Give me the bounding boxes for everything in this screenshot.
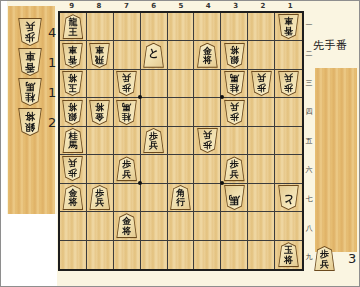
- rank-label-五: 五: [304, 127, 314, 156]
- file-label-2: 2: [249, 1, 276, 11]
- square-9-7[interactable]: 金将: [60, 184, 87, 212]
- star-point: [220, 95, 224, 99]
- square-1-9[interactable]: 玉将: [275, 241, 302, 269]
- square-4-4[interactable]: [194, 98, 221, 126]
- gote-captured-stand: 歩兵 4 香車 1 桂馬 1 銀将 2: [8, 6, 55, 215]
- square-6-2[interactable]: と: [141, 41, 168, 69]
- square-1-4[interactable]: [275, 98, 302, 126]
- square-3-6[interactable]: 歩兵: [221, 155, 248, 183]
- bottom-left-margin: [1, 214, 57, 286]
- square-3-8[interactable]: [221, 212, 248, 240]
- file-coordinate-labels: 987654321: [58, 1, 304, 11]
- square-4-3[interactable]: [194, 70, 221, 98]
- square-6-4[interactable]: [141, 98, 168, 126]
- gote-knight-count: 1: [48, 85, 56, 100]
- piece-gote-歩兵[interactable]: 歩兵: [197, 128, 218, 153]
- square-8-9[interactable]: [87, 241, 114, 269]
- square-7-5[interactable]: [114, 127, 141, 155]
- piece-gote-香車[interactable]: 香車: [62, 43, 83, 68]
- piece-gote-香車[interactable]: 香車: [278, 14, 299, 39]
- piece-sente-金将[interactable]: 金将: [62, 185, 83, 210]
- piece-gote-馬[interactable]: 馬: [224, 185, 245, 210]
- square-4-2[interactable]: 金将: [194, 41, 221, 69]
- square-8-1[interactable]: [87, 13, 114, 41]
- file-label-3: 3: [222, 1, 249, 11]
- square-2-6[interactable]: [248, 155, 275, 183]
- piece-gote-歩兵[interactable]: 歩兵: [62, 156, 83, 181]
- square-5-1[interactable]: [168, 13, 195, 41]
- square-9-2[interactable]: 香車: [60, 41, 87, 69]
- piece-sente-歩兵[interactable]: 歩兵: [89, 185, 110, 210]
- square-2-2[interactable]: [248, 41, 275, 69]
- rank-label-九: 九: [304, 242, 314, 271]
- square-2-5[interactable]: [248, 127, 275, 155]
- square-5-8[interactable]: [168, 212, 195, 240]
- file-label-8: 8: [85, 1, 112, 11]
- square-8-6[interactable]: [87, 155, 114, 183]
- square-3-3[interactable]: 桂馬: [221, 70, 248, 98]
- square-3-2[interactable]: 銀将: [221, 41, 248, 69]
- square-3-4[interactable]: 歩兵: [221, 98, 248, 126]
- square-8-4[interactable]: 金将: [87, 98, 114, 126]
- square-8-2[interactable]: 飛車: [87, 41, 114, 69]
- star-point: [220, 181, 224, 185]
- rank-label-六: 六: [304, 155, 314, 184]
- square-5-4[interactable]: [168, 98, 195, 126]
- captured-silver-piece[interactable]: 銀将: [18, 108, 42, 136]
- square-1-2[interactable]: [275, 41, 302, 69]
- piece-gote-飛車[interactable]: 飛車: [89, 43, 110, 68]
- shogi-board: 龍王香車香車飛車と金将銀将玉将歩兵桂馬歩兵歩兵銀将金将桂馬歩兵桂馬歩兵歩兵歩兵歩…: [58, 11, 304, 271]
- piece-gote-と[interactable]: と: [278, 185, 299, 210]
- piece-sente-桂馬[interactable]: 桂馬: [62, 128, 83, 153]
- square-7-2[interactable]: [114, 41, 141, 69]
- square-1-7[interactable]: と: [275, 184, 302, 212]
- file-label-9: 9: [58, 1, 85, 11]
- piece-sente-玉将[interactable]: 玉将: [278, 242, 299, 267]
- square-4-8[interactable]: [194, 212, 221, 240]
- square-2-1[interactable]: [248, 13, 275, 41]
- square-5-7[interactable]: 角行: [168, 184, 195, 212]
- square-3-9[interactable]: [221, 241, 248, 269]
- square-6-9[interactable]: [141, 241, 168, 269]
- square-3-1[interactable]: [221, 13, 248, 41]
- square-4-9[interactable]: [194, 241, 221, 269]
- piece-gote-歩兵[interactable]: 歩兵: [278, 71, 299, 96]
- file-label-1: 1: [277, 1, 304, 11]
- square-3-7[interactable]: 馬: [221, 184, 248, 212]
- piece-gote-金将[interactable]: 金将: [89, 100, 110, 125]
- square-8-8[interactable]: [87, 212, 114, 240]
- square-1-8[interactable]: [275, 212, 302, 240]
- square-4-6[interactable]: [194, 155, 221, 183]
- square-9-6[interactable]: 歩兵: [60, 155, 87, 183]
- piece-gote-歩兵[interactable]: 歩兵: [116, 71, 137, 96]
- piece-sente-金将[interactable]: 金将: [197, 43, 218, 68]
- piece-sente-歩兵[interactable]: 歩兵: [116, 156, 137, 181]
- file-label-5: 5: [167, 1, 194, 11]
- square-6-1[interactable]: [141, 13, 168, 41]
- star-point: [138, 181, 142, 185]
- piece-gote-歩兵[interactable]: 歩兵: [251, 71, 272, 96]
- square-7-9[interactable]: [114, 241, 141, 269]
- gote-lance-count: 1: [48, 55, 56, 70]
- rank-label-三: 三: [304, 69, 314, 98]
- square-2-9[interactable]: [248, 241, 275, 269]
- gote-pawn-count: 4: [48, 25, 56, 40]
- square-3-5[interactable]: [221, 127, 248, 155]
- square-7-1[interactable]: [114, 13, 141, 41]
- square-9-4[interactable]: 銀将: [60, 98, 87, 126]
- star-point: [138, 95, 142, 99]
- square-2-7[interactable]: [248, 184, 275, 212]
- square-2-8[interactable]: [248, 212, 275, 240]
- square-7-4[interactable]: 桂馬: [114, 98, 141, 126]
- turn-indicator: 先手番: [313, 38, 348, 53]
- sente-captured-stand: [315, 68, 357, 252]
- captured-lance-piece[interactable]: 香車: [18, 48, 42, 76]
- gote-silver-count: 2: [48, 115, 56, 130]
- square-7-3[interactable]: 歩兵: [114, 70, 141, 98]
- file-label-7: 7: [113, 1, 140, 11]
- square-6-3[interactable]: [141, 70, 168, 98]
- square-8-7[interactable]: 歩兵: [87, 184, 114, 212]
- rank-label-七: 七: [304, 184, 314, 213]
- rank-label-四: 四: [304, 98, 314, 127]
- square-9-9[interactable]: [60, 241, 87, 269]
- square-2-4[interactable]: [248, 98, 275, 126]
- piece-gote-桂馬[interactable]: 桂馬: [224, 71, 245, 96]
- rank-label-八: 八: [304, 213, 314, 242]
- square-6-8[interactable]: [141, 212, 168, 240]
- piece-gote-桂馬[interactable]: 桂馬: [116, 100, 137, 125]
- piece-gote-玉将[interactable]: 玉将: [62, 71, 83, 96]
- square-9-3[interactable]: 玉将: [60, 70, 87, 98]
- square-6-5[interactable]: 歩兵: [141, 127, 168, 155]
- shogi-app-window: 歩兵 4 香車 1 桂馬 1 銀将 2 987654321 一二三四五六七八九 …: [0, 0, 360, 287]
- square-8-3[interactable]: [87, 70, 114, 98]
- square-8-5[interactable]: [87, 127, 114, 155]
- square-9-5[interactable]: 桂馬: [60, 127, 87, 155]
- piece-sente-龍王[interactable]: 龍王: [62, 14, 83, 39]
- square-5-2[interactable]: [168, 41, 195, 69]
- square-4-1[interactable]: [194, 13, 221, 41]
- piece-sente-角行[interactable]: 角行: [170, 185, 191, 210]
- piece-sente-歩兵[interactable]: 歩兵: [224, 156, 245, 181]
- square-1-3[interactable]: 歩兵: [275, 70, 302, 98]
- file-label-4: 4: [195, 1, 222, 11]
- piece-sente-金将[interactable]: 金将: [116, 213, 137, 238]
- sente-pawn-count: 3: [348, 251, 356, 266]
- square-7-6[interactable]: 歩兵: [114, 155, 141, 183]
- sente-hand-pawn-piece[interactable]: 歩兵: [314, 246, 335, 271]
- square-6-6[interactable]: [141, 155, 168, 183]
- rank-label-一: 一: [304, 11, 314, 40]
- piece-sente-歩兵[interactable]: 歩兵: [143, 128, 164, 153]
- captured-knight-piece[interactable]: 桂馬: [18, 78, 42, 106]
- square-7-8[interactable]: 金将: [114, 212, 141, 240]
- square-5-6[interactable]: [168, 155, 195, 183]
- square-1-6[interactable]: [275, 155, 302, 183]
- square-5-9[interactable]: [168, 241, 195, 269]
- square-9-8[interactable]: [60, 212, 87, 240]
- square-2-3[interactable]: 歩兵: [248, 70, 275, 98]
- square-7-7[interactable]: [114, 184, 141, 212]
- file-label-6: 6: [140, 1, 167, 11]
- square-6-7[interactable]: [141, 184, 168, 212]
- square-4-5[interactable]: 歩兵: [194, 127, 221, 155]
- square-4-7[interactable]: [194, 184, 221, 212]
- square-9-1[interactable]: 龍王: [60, 13, 87, 41]
- square-1-5[interactable]: [275, 127, 302, 155]
- captured-pawn-piece[interactable]: 歩兵: [18, 18, 42, 46]
- square-5-3[interactable]: [168, 70, 195, 98]
- piece-gote-銀将[interactable]: 銀将: [224, 43, 245, 68]
- piece-gote-歩兵[interactable]: 歩兵: [224, 100, 245, 125]
- piece-gote-銀将[interactable]: 銀将: [62, 100, 83, 125]
- piece-sente-と[interactable]: と: [143, 43, 164, 68]
- square-5-5[interactable]: [168, 127, 195, 155]
- square-1-1[interactable]: 香車: [275, 13, 302, 41]
